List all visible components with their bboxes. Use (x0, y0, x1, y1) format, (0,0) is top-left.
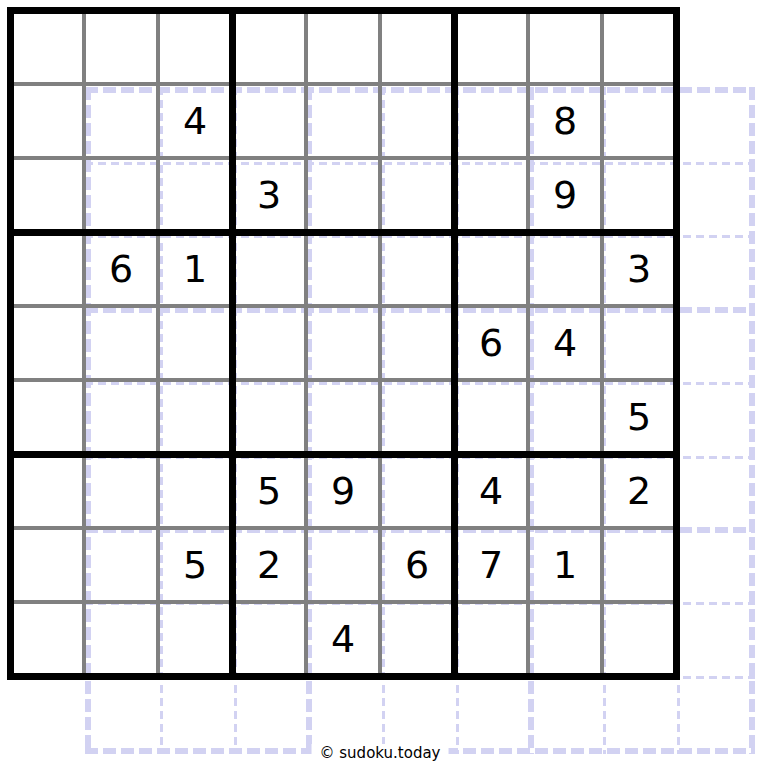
cell-r2c5[interactable] (306, 84, 380, 158)
cell-r3c2[interactable] (84, 158, 158, 232)
cell-r4c4[interactable] (232, 232, 306, 306)
cell-r8c8[interactable]: 1 (528, 528, 602, 602)
cell-r4c9[interactable]: 3 (602, 232, 676, 306)
cell-r5c7[interactable]: 6 (454, 306, 528, 380)
cell-r9c2[interactable] (84, 602, 158, 676)
cell-r3c3[interactable] (158, 158, 232, 232)
cell-r9c4[interactable] (232, 602, 306, 676)
cell-r9c3[interactable] (158, 602, 232, 676)
cell-r7c7[interactable]: 4 (454, 454, 528, 528)
cell-r5c3[interactable] (158, 306, 232, 380)
cell-r3c1[interactable] (10, 158, 84, 232)
cell-r5c4[interactable] (232, 306, 306, 380)
cell-r1c5[interactable] (306, 10, 380, 84)
sudoku-board: 48396136455942526714 (10, 10, 676, 676)
cell-r7c2[interactable] (84, 454, 158, 528)
puzzle-canvas: 48396136455942526714 © sudoku.today (0, 0, 760, 770)
cell-r5c5[interactable] (306, 306, 380, 380)
cell-r3c8[interactable]: 9 (528, 158, 602, 232)
cell-r2c8[interactable]: 8 (528, 84, 602, 158)
cell-r5c8[interactable]: 4 (528, 306, 602, 380)
cell-r9c1[interactable] (10, 602, 84, 676)
cell-r6c2[interactable] (84, 380, 158, 454)
cell-r3c4[interactable]: 3 (232, 158, 306, 232)
cell-r9c7[interactable] (454, 602, 528, 676)
cell-r8c6[interactable]: 6 (380, 528, 454, 602)
cell-r3c7[interactable] (454, 158, 528, 232)
cell-r1c4[interactable] (232, 10, 306, 84)
cell-r1c1[interactable] (10, 10, 84, 84)
cell-r9c5[interactable]: 4 (306, 602, 380, 676)
cell-r6c6[interactable] (380, 380, 454, 454)
cell-r8c5[interactable] (306, 528, 380, 602)
cell-r8c7[interactable]: 7 (454, 528, 528, 602)
cell-r1c7[interactable] (454, 10, 528, 84)
cell-r1c2[interactable] (84, 10, 158, 84)
watermark-text: © sudoku.today (320, 744, 441, 762)
cell-r1c9[interactable] (602, 10, 676, 84)
cell-r2c6[interactable] (380, 84, 454, 158)
cell-r8c1[interactable] (10, 528, 84, 602)
cell-r1c8[interactable] (528, 10, 602, 84)
cell-r5c2[interactable] (84, 306, 158, 380)
cell-r7c3[interactable] (158, 454, 232, 528)
cell-r4c8[interactable] (528, 232, 602, 306)
cell-r3c5[interactable] (306, 158, 380, 232)
cell-r7c9[interactable]: 2 (602, 454, 676, 528)
cell-r6c5[interactable] (306, 380, 380, 454)
cell-r7c1[interactable] (10, 454, 84, 528)
cell-r2c2[interactable] (84, 84, 158, 158)
cell-r8c4[interactable]: 2 (232, 528, 306, 602)
cell-r6c4[interactable] (232, 380, 306, 454)
cell-r8c9[interactable] (602, 528, 676, 602)
cell-r4c1[interactable] (10, 232, 84, 306)
cell-r6c3[interactable] (158, 380, 232, 454)
cell-r3c9[interactable] (602, 158, 676, 232)
cell-r7c4[interactable]: 5 (232, 454, 306, 528)
cell-r2c3[interactable]: 4 (158, 84, 232, 158)
cell-r3c6[interactable] (380, 158, 454, 232)
cell-r2c4[interactable] (232, 84, 306, 158)
cell-r5c9[interactable] (602, 306, 676, 380)
cell-r7c6[interactable] (380, 454, 454, 528)
cell-r4c2[interactable]: 6 (84, 232, 158, 306)
cell-r2c7[interactable] (454, 84, 528, 158)
watermark: © sudoku.today (312, 744, 449, 762)
cell-r8c2[interactable] (84, 528, 158, 602)
cell-r6c8[interactable] (528, 380, 602, 454)
cell-r5c1[interactable] (10, 306, 84, 380)
cell-r6c1[interactable] (10, 380, 84, 454)
cell-r9c6[interactable] (380, 602, 454, 676)
cell-r4c5[interactable] (306, 232, 380, 306)
cell-r2c9[interactable] (602, 84, 676, 158)
cell-r9c8[interactable] (528, 602, 602, 676)
cell-r7c8[interactable] (528, 454, 602, 528)
cell-r9c9[interactable] (602, 602, 676, 676)
cell-r1c6[interactable] (380, 10, 454, 84)
cell-r4c7[interactable] (454, 232, 528, 306)
cell-r6c7[interactable] (454, 380, 528, 454)
cell-r1c3[interactable] (158, 10, 232, 84)
cell-r2c1[interactable] (10, 84, 84, 158)
cell-r6c9[interactable]: 5 (602, 380, 676, 454)
cell-r7c5[interactable]: 9 (306, 454, 380, 528)
cell-r4c3[interactable]: 1 (158, 232, 232, 306)
cell-r4c6[interactable] (380, 232, 454, 306)
cell-r8c3[interactable]: 5 (158, 528, 232, 602)
cell-r5c6[interactable] (380, 306, 454, 380)
